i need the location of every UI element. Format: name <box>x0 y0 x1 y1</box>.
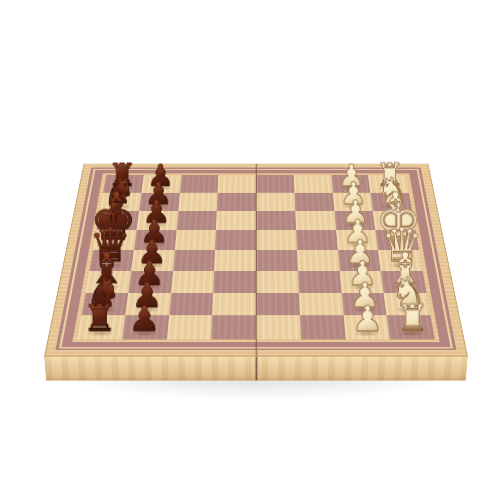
product-photo: ♜♟♟♜♞♟♟♞♝♟♟♝♚♟♟♚♛♟♟♛♝♟♟♝♞♟♟♞♜♟♟♜ <box>0 0 500 500</box>
black-rook: ♜ <box>83 299 116 336</box>
scene: ♜♟♟♜♞♟♟♞♝♟♟♝♚♟♟♚♛♟♟♛♝♟♟♝♞♟♟♞♜♟♟♜ <box>0 0 500 500</box>
chessboard: ♜♟♟♜♞♟♟♞♝♟♟♝♚♟♟♚♛♟♟♛♝♟♟♝♞♟♟♞♜♟♟♜ <box>44 164 468 356</box>
front-face <box>44 356 468 381</box>
black-pawn: ♟ <box>129 301 160 336</box>
square <box>256 250 298 271</box>
square <box>167 315 213 339</box>
square <box>299 293 344 316</box>
square <box>212 293 256 316</box>
square <box>171 271 215 293</box>
square: ♜ <box>387 315 435 339</box>
white-rook: ♜ <box>395 299 428 336</box>
board-surface: ♜♟♟♜♞♟♟♞♝♟♟♝♚♟♟♚♛♟♟♛♝♟♟♝♞♟♟♞♜♟♟♜ <box>44 164 468 356</box>
square: ♟ <box>343 315 390 339</box>
square: ♟ <box>122 315 169 339</box>
square: ♜ <box>77 315 125 339</box>
square <box>297 250 340 271</box>
front-face-seam <box>255 357 258 381</box>
square <box>256 293 300 316</box>
white-pawn: ♟ <box>352 301 383 336</box>
square <box>214 250 256 271</box>
square <box>298 271 342 293</box>
square <box>169 293 214 316</box>
square <box>300 315 346 339</box>
square <box>256 271 299 293</box>
square <box>173 250 216 271</box>
square <box>256 315 301 339</box>
square <box>211 315 256 339</box>
square <box>213 271 256 293</box>
